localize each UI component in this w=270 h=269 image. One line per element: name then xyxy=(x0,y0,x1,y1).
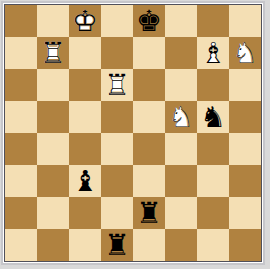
square-f2[interactable] xyxy=(165,197,197,229)
square-d1[interactable]: ♜ xyxy=(101,229,133,261)
square-b1[interactable] xyxy=(37,229,69,261)
square-c3[interactable]: ♝ xyxy=(69,165,101,197)
square-a1[interactable] xyxy=(5,229,37,261)
square-a4[interactable] xyxy=(5,133,37,165)
square-b8[interactable] xyxy=(37,5,69,37)
square-f1[interactable] xyxy=(165,229,197,261)
square-g7[interactable]: ♝♗ xyxy=(197,37,229,69)
square-e5[interactable] xyxy=(133,101,165,133)
black-king[interactable]: ♚ xyxy=(133,5,165,37)
square-c2[interactable] xyxy=(69,197,101,229)
square-g1[interactable] xyxy=(197,229,229,261)
square-h6[interactable] xyxy=(229,69,261,101)
square-a6[interactable] xyxy=(5,69,37,101)
square-h5[interactable] xyxy=(229,101,261,133)
square-e1[interactable] xyxy=(133,229,165,261)
square-c5[interactable] xyxy=(69,101,101,133)
square-g6[interactable] xyxy=(197,69,229,101)
square-b6[interactable] xyxy=(37,69,69,101)
board-frame-inner-line: ♚♔♚♜♖♝♗♞♘♜♖♞♘♞♝♜♜ xyxy=(3,3,263,263)
white-knight[interactable]: ♞♘ xyxy=(229,37,261,69)
black-knight[interactable]: ♞ xyxy=(197,101,229,133)
square-g4[interactable] xyxy=(197,133,229,165)
square-h2[interactable] xyxy=(229,197,261,229)
square-d2[interactable] xyxy=(101,197,133,229)
square-d7[interactable] xyxy=(101,37,133,69)
square-e4[interactable] xyxy=(133,133,165,165)
white-bishop[interactable]: ♝♗ xyxy=(197,37,229,69)
square-b4[interactable] xyxy=(37,133,69,165)
square-b2[interactable] xyxy=(37,197,69,229)
square-c4[interactable] xyxy=(69,133,101,165)
square-a2[interactable] xyxy=(5,197,37,229)
square-f4[interactable] xyxy=(165,133,197,165)
square-d8[interactable] xyxy=(101,5,133,37)
square-c7[interactable] xyxy=(69,37,101,69)
square-h8[interactable] xyxy=(229,5,261,37)
board-frame: ♚♔♚♜♖♝♗♞♘♜♖♞♘♞♝♜♜ xyxy=(1,1,265,265)
square-f5[interactable]: ♞♘ xyxy=(165,101,197,133)
square-f8[interactable] xyxy=(165,5,197,37)
square-d5[interactable] xyxy=(101,101,133,133)
chess-diagram: ♚♔♚♜♖♝♗♞♘♜♖♞♘♞♝♜♜ xyxy=(0,0,270,269)
square-e3[interactable] xyxy=(133,165,165,197)
square-h3[interactable] xyxy=(229,165,261,197)
square-b3[interactable] xyxy=(37,165,69,197)
white-rook[interactable]: ♜♖ xyxy=(101,69,133,101)
white-king[interactable]: ♚♔ xyxy=(69,5,101,37)
square-h1[interactable] xyxy=(229,229,261,261)
square-g5[interactable]: ♞ xyxy=(197,101,229,133)
square-e6[interactable] xyxy=(133,69,165,101)
square-b5[interactable] xyxy=(37,101,69,133)
square-h7[interactable]: ♞♘ xyxy=(229,37,261,69)
square-a8[interactable] xyxy=(5,5,37,37)
white-rook[interactable]: ♜♖ xyxy=(37,37,69,69)
square-d6[interactable]: ♜♖ xyxy=(101,69,133,101)
square-f7[interactable] xyxy=(165,37,197,69)
square-c6[interactable] xyxy=(69,69,101,101)
black-rook[interactable]: ♜ xyxy=(101,229,133,261)
square-h4[interactable] xyxy=(229,133,261,165)
square-d4[interactable] xyxy=(101,133,133,165)
square-d3[interactable] xyxy=(101,165,133,197)
chess-board: ♚♔♚♜♖♝♗♞♘♜♖♞♘♞♝♜♜ xyxy=(5,5,261,261)
square-e2[interactable]: ♜ xyxy=(133,197,165,229)
square-g8[interactable] xyxy=(197,5,229,37)
square-g3[interactable] xyxy=(197,165,229,197)
square-c1[interactable] xyxy=(69,229,101,261)
square-g2[interactable] xyxy=(197,197,229,229)
square-c8[interactable]: ♚♔ xyxy=(69,5,101,37)
square-a3[interactable] xyxy=(5,165,37,197)
black-bishop[interactable]: ♝ xyxy=(69,165,101,197)
white-knight[interactable]: ♞♘ xyxy=(165,101,197,133)
square-f6[interactable] xyxy=(165,69,197,101)
square-e8[interactable]: ♚ xyxy=(133,5,165,37)
black-rook[interactable]: ♜ xyxy=(133,197,165,229)
square-b7[interactable]: ♜♖ xyxy=(37,37,69,69)
square-f3[interactable] xyxy=(165,165,197,197)
square-a7[interactable] xyxy=(5,37,37,69)
square-a5[interactable] xyxy=(5,101,37,133)
square-e7[interactable] xyxy=(133,37,165,69)
board-outline: ♚♔♚♜♖♝♗♞♘♜♖♞♘♞♝♜♜ xyxy=(4,4,262,262)
